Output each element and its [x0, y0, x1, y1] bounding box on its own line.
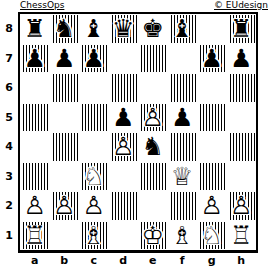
file-label-c: c	[79, 255, 109, 267]
piece-glyph-outline: ♙	[227, 191, 257, 221]
square-a7[interactable]: ♟	[20, 44, 50, 74]
square-c1[interactable]: ♝♗	[79, 221, 109, 251]
piece-black-pawn[interactable]: ♟	[20, 44, 50, 74]
piece-glyph-outline: ♙	[20, 191, 50, 221]
square-d8[interactable]: ♛	[109, 14, 139, 44]
piece-glyph-silhouette: ♟	[197, 44, 227, 74]
square-f7[interactable]	[168, 44, 198, 74]
piece-glyph-silhouette: ♞	[50, 14, 80, 44]
square-d2[interactable]	[109, 191, 139, 221]
square-g7[interactable]: ♟	[197, 44, 227, 74]
piece-white-pawn[interactable]: ♟♙	[197, 191, 227, 221]
rank-label-4: 4	[0, 132, 18, 162]
piece-black-rook[interactable]: ♜	[20, 14, 50, 44]
piece-black-pawn[interactable]: ♟	[50, 44, 80, 74]
square-d3[interactable]	[109, 162, 139, 192]
square-e1[interactable]: ♚♔	[138, 221, 168, 251]
square-d5[interactable]: ♟	[109, 103, 139, 133]
piece-white-knight[interactable]: ♞♘	[79, 162, 109, 192]
piece-black-pawn[interactable]: ♟	[168, 103, 198, 133]
piece-black-pawn[interactable]: ♟	[109, 103, 139, 133]
piece-black-king[interactable]: ♚	[138, 14, 168, 44]
piece-glyph-outline: ♙	[79, 191, 109, 221]
square-c2[interactable]: ♟♙	[79, 191, 109, 221]
square-e3[interactable]	[138, 162, 168, 192]
file-label-e: e	[138, 255, 168, 267]
piece-white-queen[interactable]: ♛♕	[168, 162, 198, 192]
piece-black-pawn[interactable]: ♟	[197, 44, 227, 74]
piece-glyph-silhouette: ♟	[79, 44, 109, 74]
square-f1[interactable]: ♝♗	[168, 221, 198, 251]
square-g6[interactable]	[197, 73, 227, 103]
chess-board[interactable]: ♜♞♝♛♚♝♜♟♟♟♟♟♟♟♙♟♟♙♞♞♘♛♕♟♙♟♙♟♙♟♙♟♙♜♖♝♗♚♔♝…	[18, 12, 258, 253]
square-a6[interactable]	[20, 73, 50, 103]
square-e2[interactable]	[138, 191, 168, 221]
piece-glyph-silhouette: ♟	[20, 44, 50, 74]
rank-label-3: 3	[0, 162, 18, 192]
rank-label-7: 7	[0, 44, 18, 74]
square-g4[interactable]	[197, 132, 227, 162]
square-f4[interactable]	[168, 132, 198, 162]
square-h7[interactable]: ♟	[227, 44, 257, 74]
piece-white-pawn[interactable]: ♟♙	[109, 132, 139, 162]
square-a1[interactable]: ♜♖	[20, 221, 50, 251]
piece-white-bishop[interactable]: ♝♗	[79, 221, 109, 251]
piece-black-queen[interactable]: ♛	[109, 14, 139, 44]
square-b8[interactable]: ♞	[50, 14, 80, 44]
piece-white-bishop[interactable]: ♝♗	[168, 221, 198, 251]
piece-glyph-outline: ♙	[138, 103, 168, 133]
square-h4[interactable]	[227, 132, 257, 162]
piece-glyph-outline: ♙	[50, 191, 80, 221]
square-b7[interactable]: ♟	[50, 44, 80, 74]
square-d1[interactable]	[109, 221, 139, 251]
piece-glyph-silhouette: ♟	[227, 44, 257, 74]
square-h2[interactable]: ♟♙	[227, 191, 257, 221]
square-g8[interactable]	[197, 14, 227, 44]
rank-labels: 87654321	[0, 12, 18, 253]
square-g1[interactable]: ♞♘	[197, 221, 227, 251]
square-b1[interactable]	[50, 221, 80, 251]
rank-label-1: 1	[0, 221, 18, 251]
piece-glyph-outline: ♕	[168, 162, 198, 192]
square-e6[interactable]	[138, 73, 168, 103]
square-a8[interactable]: ♜	[20, 14, 50, 44]
square-g2[interactable]: ♟♙	[197, 191, 227, 221]
piece-black-bishop[interactable]: ♝	[79, 14, 109, 44]
square-h6[interactable]	[227, 73, 257, 103]
piece-black-bishop[interactable]: ♝	[168, 14, 198, 44]
piece-glyph-outline: ♔	[138, 221, 168, 251]
square-h5[interactable]	[227, 103, 257, 133]
square-c3[interactable]: ♞♘	[79, 162, 109, 192]
piece-white-pawn[interactable]: ♟♙	[50, 191, 80, 221]
piece-glyph-silhouette: ♟	[109, 103, 139, 133]
square-a2[interactable]: ♟♙	[20, 191, 50, 221]
square-b4[interactable]	[50, 132, 80, 162]
piece-white-pawn[interactable]: ♟♙	[227, 191, 257, 221]
piece-glyph-silhouette: ♟	[50, 44, 80, 74]
file-label-h: h	[227, 255, 257, 267]
square-c8[interactable]: ♝	[79, 14, 109, 44]
piece-black-knight[interactable]: ♞	[138, 132, 168, 162]
piece-glyph-outline: ♘	[79, 162, 109, 192]
square-c7[interactable]: ♟	[79, 44, 109, 74]
piece-glyph-silhouette: ♜	[20, 14, 50, 44]
square-c6[interactable]	[79, 73, 109, 103]
credit-link[interactable]: © EUdesign	[214, 0, 268, 11]
piece-glyph-outline: ♖	[20, 221, 50, 251]
square-a3[interactable]	[20, 162, 50, 192]
square-f3[interactable]: ♛♕	[168, 162, 198, 192]
piece-glyph-outline: ♗	[79, 221, 109, 251]
square-e4[interactable]: ♞	[138, 132, 168, 162]
piece-glyph-outline: ♗	[168, 221, 198, 251]
file-labels: abcdefgh	[20, 255, 256, 267]
square-e5[interactable]: ♟♙	[138, 103, 168, 133]
square-b6[interactable]	[50, 73, 80, 103]
piece-glyph-outline: ♙	[197, 191, 227, 221]
file-label-a: a	[20, 255, 50, 267]
piece-glyph-silhouette: ♝	[79, 14, 109, 44]
square-b2[interactable]: ♟♙	[50, 191, 80, 221]
square-f8[interactable]: ♝	[168, 14, 198, 44]
piece-black-knight[interactable]: ♞	[50, 14, 80, 44]
piece-glyph-outline: ♘	[197, 221, 227, 251]
piece-black-pawn[interactable]: ♟	[79, 44, 109, 74]
file-label-g: g	[197, 255, 227, 267]
rank-label-2: 2	[0, 191, 18, 221]
piece-glyph-silhouette: ♞	[138, 132, 168, 162]
file-label-d: d	[109, 255, 139, 267]
piece-white-pawn[interactable]: ♟♙	[79, 191, 109, 221]
rank-label-5: 5	[0, 103, 18, 133]
square-d4[interactable]: ♟♙	[109, 132, 139, 162]
square-b5[interactable]	[50, 103, 80, 133]
square-h1[interactable]: ♜♖	[227, 221, 257, 251]
piece-white-pawn[interactable]: ♟♙	[138, 103, 168, 133]
square-e8[interactable]: ♚	[138, 14, 168, 44]
piece-white-king[interactable]: ♚♔	[138, 221, 168, 251]
rank-label-8: 8	[0, 14, 18, 44]
square-c5[interactable]	[79, 103, 109, 133]
piece-glyph-outline: ♖	[227, 221, 257, 251]
piece-glyph-silhouette: ♛	[109, 14, 139, 44]
square-h3[interactable]	[227, 162, 257, 192]
square-a4[interactable]	[20, 132, 50, 162]
square-d7[interactable]	[109, 44, 139, 74]
square-a5[interactable]	[20, 103, 50, 133]
piece-black-rook[interactable]: ♜	[227, 14, 257, 44]
piece-white-pawn[interactable]: ♟♙	[20, 191, 50, 221]
file-label-f: f	[168, 255, 198, 267]
piece-glyph-silhouette: ♚	[138, 14, 168, 44]
square-f5[interactable]: ♟	[168, 103, 198, 133]
square-f2[interactable]	[168, 191, 198, 221]
square-f6[interactable]	[168, 73, 198, 103]
app-title[interactable]: ChessOps	[20, 0, 64, 11]
piece-glyph-silhouette: ♝	[168, 14, 198, 44]
piece-white-rook[interactable]: ♜♖	[20, 221, 50, 251]
board-area: 87654321 ♜♞♝♛♚♝♜♟♟♟♟♟♟♟♙♟♟♙♞♞♘♛♕♟♙♟♙♟♙♟♙…	[0, 12, 258, 253]
square-g5[interactable]	[197, 103, 227, 133]
rank-label-6: 6	[0, 73, 18, 103]
piece-glyph-silhouette: ♜	[227, 14, 257, 44]
square-d6[interactable]	[109, 73, 139, 103]
piece-white-knight[interactable]: ♞♘	[197, 221, 227, 251]
piece-white-rook[interactable]: ♜♖	[227, 221, 257, 251]
square-e7[interactable]	[138, 44, 168, 74]
piece-glyph-silhouette: ♟	[168, 103, 198, 133]
square-c4[interactable]	[79, 132, 109, 162]
square-h8[interactable]: ♜	[227, 14, 257, 44]
square-b3[interactable]	[50, 162, 80, 192]
square-g3[interactable]	[197, 162, 227, 192]
file-label-b: b	[50, 255, 80, 267]
piece-black-pawn[interactable]: ♟	[227, 44, 257, 74]
piece-glyph-outline: ♙	[109, 132, 139, 162]
